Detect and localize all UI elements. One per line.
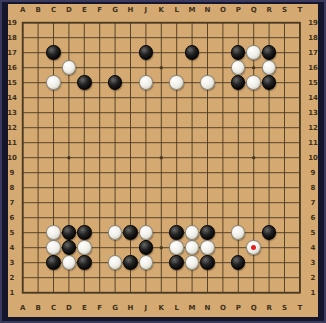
intersection[interactable] [15,150,30,165]
intersection[interactable] [123,15,138,30]
intersection[interactable] [15,15,30,30]
intersection[interactable] [169,180,184,195]
intersection[interactable] [77,45,92,60]
intersection[interactable] [107,240,122,255]
intersection[interactable] [200,285,215,300]
intersection[interactable] [169,240,184,255]
intersection[interactable] [230,180,245,195]
intersection[interactable] [292,90,307,105]
intersection[interactable] [184,90,199,105]
intersection[interactable] [46,225,61,240]
intersection[interactable] [246,255,261,270]
intersection[interactable] [107,225,122,240]
intersection[interactable] [92,90,107,105]
intersection[interactable] [261,150,276,165]
intersection[interactable] [154,270,169,285]
intersection[interactable] [15,165,30,180]
intersection[interactable] [77,180,92,195]
intersection[interactable] [184,75,199,90]
intersection[interactable] [292,105,307,120]
intersection[interactable] [15,120,30,135]
intersection[interactable] [92,120,107,135]
intersection[interactable] [77,30,92,45]
intersection[interactable] [46,45,61,60]
intersection[interactable] [138,285,153,300]
intersection[interactable] [30,30,45,45]
intersection[interactable] [154,90,169,105]
intersection[interactable] [246,60,261,75]
intersection[interactable] [138,255,153,270]
intersection[interactable] [107,150,122,165]
intersection[interactable] [138,180,153,195]
intersection[interactable] [246,195,261,210]
intersection[interactable] [138,30,153,45]
intersection[interactable] [277,150,292,165]
intersection[interactable] [215,60,230,75]
intersection[interactable] [46,15,61,30]
intersection[interactable] [123,165,138,180]
intersection[interactable] [154,240,169,255]
intersection[interactable] [30,150,45,165]
intersection[interactable] [261,270,276,285]
intersection[interactable] [107,165,122,180]
intersection[interactable] [184,60,199,75]
intersection[interactable] [61,90,76,105]
intersection[interactable] [138,195,153,210]
intersection[interactable] [138,150,153,165]
intersection[interactable] [77,210,92,225]
intersection[interactable] [77,255,92,270]
intersection[interactable] [77,285,92,300]
intersection[interactable] [215,285,230,300]
intersection[interactable] [61,270,76,285]
intersection[interactable] [61,225,76,240]
intersection[interactable] [92,15,107,30]
intersection[interactable] [277,135,292,150]
intersection[interactable] [230,60,245,75]
intersection[interactable] [107,210,122,225]
intersection[interactable] [138,165,153,180]
intersection[interactable] [123,210,138,225]
intersection[interactable] [277,255,292,270]
intersection[interactable] [92,180,107,195]
intersection[interactable] [246,150,261,165]
intersection[interactable] [292,180,307,195]
intersection[interactable] [169,15,184,30]
intersection[interactable] [277,285,292,300]
intersection[interactable] [107,60,122,75]
intersection[interactable] [292,135,307,150]
intersection[interactable] [230,150,245,165]
intersection[interactable] [230,30,245,45]
intersection[interactable] [215,30,230,45]
intersection[interactable] [215,15,230,30]
intersection[interactable] [154,285,169,300]
intersection[interactable] [246,135,261,150]
intersection[interactable] [184,120,199,135]
intersection[interactable] [30,195,45,210]
intersection[interactable] [184,15,199,30]
intersection[interactable] [169,225,184,240]
intersection[interactable] [92,105,107,120]
intersection[interactable] [230,165,245,180]
intersection[interactable] [61,30,76,45]
intersection[interactable] [107,255,122,270]
intersection[interactable] [215,270,230,285]
intersection[interactable] [15,135,30,150]
intersection[interactable] [138,120,153,135]
intersection[interactable] [215,135,230,150]
intersection[interactable] [15,285,30,300]
intersection[interactable] [30,210,45,225]
intersection[interactable] [154,60,169,75]
intersection[interactable] [123,105,138,120]
intersection[interactable] [200,105,215,120]
intersection[interactable] [184,150,199,165]
intersection[interactable] [215,90,230,105]
intersection[interactable] [184,255,199,270]
intersection[interactable] [30,60,45,75]
intersection[interactable] [246,210,261,225]
intersection[interactable] [30,90,45,105]
intersection[interactable] [138,15,153,30]
intersection[interactable] [138,75,153,90]
intersection[interactable] [30,255,45,270]
intersection[interactable] [61,180,76,195]
intersection[interactable] [277,210,292,225]
intersection[interactable] [230,240,245,255]
intersection[interactable] [230,75,245,90]
intersection[interactable] [15,180,30,195]
intersection[interactable] [15,60,30,75]
intersection[interactable] [277,30,292,45]
intersection[interactable] [92,30,107,45]
intersection[interactable] [15,255,30,270]
intersection[interactable] [261,105,276,120]
intersection[interactable] [46,75,61,90]
intersection[interactable] [154,75,169,90]
intersection[interactable] [169,255,184,270]
intersection[interactable] [15,195,30,210]
intersection[interactable] [138,270,153,285]
intersection[interactable] [46,135,61,150]
intersection[interactable] [15,75,30,90]
intersection[interactable] [184,30,199,45]
intersection[interactable] [230,225,245,240]
intersection[interactable] [61,195,76,210]
intersection[interactable] [154,45,169,60]
intersection[interactable] [246,240,261,255]
intersection[interactable] [292,195,307,210]
intersection[interactable] [184,240,199,255]
intersection[interactable] [230,90,245,105]
intersection[interactable] [30,240,45,255]
intersection[interactable] [184,105,199,120]
intersection[interactable] [169,150,184,165]
intersection[interactable] [200,210,215,225]
intersection[interactable] [61,105,76,120]
intersection[interactable] [215,165,230,180]
intersection[interactable] [246,120,261,135]
intersection[interactable] [215,210,230,225]
intersection[interactable] [215,150,230,165]
intersection[interactable] [277,105,292,120]
intersection[interactable] [154,15,169,30]
intersection[interactable] [292,210,307,225]
intersection[interactable] [246,165,261,180]
intersection[interactable] [184,225,199,240]
intersection[interactable] [30,180,45,195]
intersection[interactable] [154,105,169,120]
intersection[interactable] [46,285,61,300]
intersection[interactable] [261,180,276,195]
intersection[interactable] [46,210,61,225]
intersection[interactable] [107,180,122,195]
intersection[interactable] [61,165,76,180]
intersection[interactable] [246,270,261,285]
intersection[interactable] [92,255,107,270]
intersection[interactable] [30,135,45,150]
intersection[interactable] [215,240,230,255]
intersection[interactable] [261,255,276,270]
intersection[interactable] [292,30,307,45]
intersection[interactable] [200,75,215,90]
intersection[interactable] [169,270,184,285]
intersection[interactable] [277,90,292,105]
intersection[interactable] [184,210,199,225]
intersection[interactable] [123,255,138,270]
intersection[interactable] [169,30,184,45]
intersection[interactable] [277,60,292,75]
intersection[interactable] [15,270,30,285]
intersection[interactable] [123,30,138,45]
intersection[interactable] [184,45,199,60]
intersection[interactable] [30,120,45,135]
intersection[interactable] [61,15,76,30]
intersection[interactable] [92,165,107,180]
intersection[interactable] [200,255,215,270]
intersection[interactable] [154,120,169,135]
intersection[interactable] [261,195,276,210]
intersection[interactable] [61,285,76,300]
intersection[interactable] [77,225,92,240]
intersection[interactable] [77,165,92,180]
intersection[interactable] [46,240,61,255]
intersection[interactable] [92,285,107,300]
intersection[interactable] [277,240,292,255]
intersection[interactable] [61,240,76,255]
intersection[interactable] [261,120,276,135]
intersection[interactable] [200,270,215,285]
intersection[interactable] [292,285,307,300]
intersection[interactable] [261,240,276,255]
intersection[interactable] [92,75,107,90]
intersection[interactable] [246,75,261,90]
intersection[interactable] [154,135,169,150]
intersection[interactable] [200,30,215,45]
intersection[interactable] [123,150,138,165]
intersection[interactable] [77,15,92,30]
intersection[interactable] [200,165,215,180]
intersection[interactable] [184,165,199,180]
intersection[interactable] [169,120,184,135]
intersection[interactable] [200,225,215,240]
intersection[interactable] [61,210,76,225]
intersection[interactable] [230,255,245,270]
intersection[interactable] [261,285,276,300]
intersection[interactable] [77,120,92,135]
intersection[interactable] [15,240,30,255]
intersection[interactable] [46,105,61,120]
intersection[interactable] [246,180,261,195]
intersection[interactable] [261,45,276,60]
intersection[interactable] [292,120,307,135]
intersection[interactable] [215,75,230,90]
intersection[interactable] [277,180,292,195]
intersection[interactable] [184,195,199,210]
intersection[interactable] [154,30,169,45]
intersection[interactable] [292,60,307,75]
intersection[interactable] [200,195,215,210]
intersection[interactable] [107,120,122,135]
intersection[interactable] [61,150,76,165]
intersection[interactable] [292,150,307,165]
intersection[interactable] [107,135,122,150]
intersection[interactable] [215,225,230,240]
intersection[interactable] [184,180,199,195]
intersection[interactable] [123,195,138,210]
intersection[interactable] [92,195,107,210]
intersection[interactable] [230,285,245,300]
intersection[interactable] [292,270,307,285]
intersection[interactable] [246,90,261,105]
intersection[interactable] [277,45,292,60]
intersection[interactable] [154,195,169,210]
intersection[interactable] [261,225,276,240]
intersection[interactable] [15,45,30,60]
intersection[interactable] [230,105,245,120]
intersection[interactable] [46,30,61,45]
intersection[interactable] [61,45,76,60]
intersection[interactable] [46,60,61,75]
intersection[interactable] [200,150,215,165]
intersection[interactable] [123,240,138,255]
intersection[interactable] [61,255,76,270]
intersection[interactable] [184,285,199,300]
intersection[interactable] [246,30,261,45]
intersection[interactable] [200,120,215,135]
intersection[interactable] [230,195,245,210]
intersection[interactable] [169,60,184,75]
intersection[interactable] [200,180,215,195]
intersection[interactable] [46,120,61,135]
intersection[interactable] [230,45,245,60]
intersection[interactable] [77,270,92,285]
intersection[interactable] [154,225,169,240]
intersection[interactable] [15,105,30,120]
intersection[interactable] [46,255,61,270]
intersection[interactable] [261,210,276,225]
intersection[interactable] [154,255,169,270]
intersection[interactable] [200,60,215,75]
intersection[interactable] [123,225,138,240]
intersection[interactable] [138,210,153,225]
intersection[interactable] [169,285,184,300]
intersection[interactable] [200,90,215,105]
intersection[interactable] [46,270,61,285]
intersection[interactable] [154,165,169,180]
intersection[interactable] [277,75,292,90]
intersection[interactable] [169,195,184,210]
intersection[interactable] [277,120,292,135]
intersection[interactable] [277,195,292,210]
intersection[interactable] [92,150,107,165]
intersection[interactable] [246,285,261,300]
intersection[interactable] [92,210,107,225]
intersection[interactable] [169,105,184,120]
intersection[interactable] [200,45,215,60]
intersection[interactable] [215,195,230,210]
intersection[interactable] [215,180,230,195]
intersection[interactable] [123,90,138,105]
intersection[interactable] [138,105,153,120]
intersection[interactable] [230,15,245,30]
intersection[interactable] [107,45,122,60]
intersection[interactable] [92,225,107,240]
intersection[interactable] [292,240,307,255]
intersection[interactable] [200,240,215,255]
intersection[interactable] [184,135,199,150]
intersection[interactable] [292,165,307,180]
intersection[interactable] [107,285,122,300]
intersection[interactable] [246,225,261,240]
intersection[interactable] [200,135,215,150]
intersection[interactable] [230,270,245,285]
intersection[interactable] [123,285,138,300]
intersection[interactable] [46,150,61,165]
intersection[interactable] [292,225,307,240]
intersection[interactable] [230,135,245,150]
intersection[interactable] [138,90,153,105]
intersection[interactable] [138,240,153,255]
intersection[interactable] [169,75,184,90]
intersection[interactable] [215,120,230,135]
intersection[interactable] [15,90,30,105]
intersection[interactable] [77,150,92,165]
intersection[interactable] [92,270,107,285]
intersection[interactable] [123,270,138,285]
intersection[interactable] [246,45,261,60]
intersection[interactable] [123,60,138,75]
intersection[interactable] [123,75,138,90]
intersection[interactable] [15,225,30,240]
intersection[interactable] [261,60,276,75]
intersection[interactable] [30,45,45,60]
intersection[interactable] [169,45,184,60]
intersection[interactable] [107,90,122,105]
intersection[interactable] [292,45,307,60]
intersection[interactable] [261,30,276,45]
intersection[interactable] [154,210,169,225]
intersection[interactable] [77,75,92,90]
intersection[interactable] [261,165,276,180]
intersection[interactable] [138,45,153,60]
intersection[interactable] [92,45,107,60]
intersection[interactable] [30,270,45,285]
intersection[interactable] [261,135,276,150]
intersection[interactable] [261,75,276,90]
intersection[interactable] [92,135,107,150]
